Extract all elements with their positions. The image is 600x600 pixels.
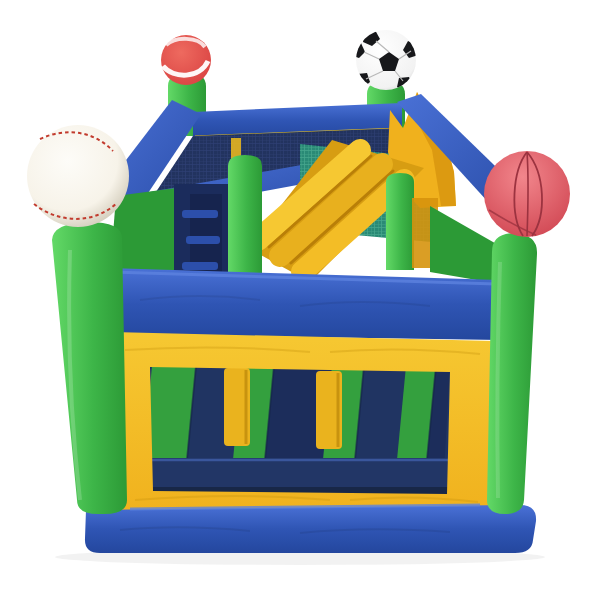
inflatable-base xyxy=(85,505,536,553)
interior-green-post-right xyxy=(386,173,414,270)
popup-obstacles xyxy=(142,366,450,470)
front-top-beam xyxy=(108,268,500,340)
climbing-ledge xyxy=(182,262,218,270)
climbing-wall xyxy=(174,184,234,284)
basketball xyxy=(484,151,570,237)
window-interior xyxy=(142,364,452,496)
bounce-house-illustration xyxy=(0,0,600,600)
product-photo-bounce-house xyxy=(0,0,600,600)
window-floor xyxy=(148,458,452,496)
climbing-ledge xyxy=(186,236,220,244)
baseball xyxy=(27,125,129,227)
climbing-ledge xyxy=(182,210,218,218)
interior-green-post-left xyxy=(228,155,262,282)
red-striped-ball xyxy=(161,35,211,85)
